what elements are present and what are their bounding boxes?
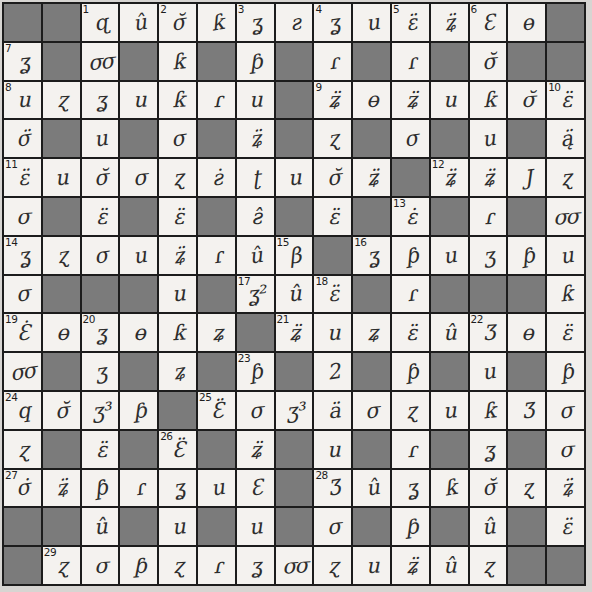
shorthand-glyph: ɀ xyxy=(56,90,66,111)
cell-r5c12[interactable]: ɾ xyxy=(470,198,507,235)
shorthand-glyph: ɛ̈ xyxy=(328,207,338,228)
cell-r11c12[interactable]: ʓ xyxy=(470,431,507,468)
shorthand-glyph: u xyxy=(481,128,496,151)
cell-r7c7[interactable]: û xyxy=(276,276,313,313)
cell-r4c1[interactable]: u xyxy=(43,159,80,196)
crossword-board: 1ɋû2σ̆ƙ3ʓƨ4ʓu5ɛ̈ʑ̈6Ɛɵ7ʓσσƙƥɾɾσ̆8uɀʓuƙɾu9… xyxy=(2,2,586,586)
cell-r14c4[interactable]: ɀ xyxy=(159,547,196,584)
block-r1c11 xyxy=(431,43,468,80)
cell-r8c14[interactable]: ɛ̈ xyxy=(547,314,584,351)
cell-r0c7[interactable]: ƨ xyxy=(276,4,313,41)
cell-r14c12[interactable]: ɀ xyxy=(470,547,507,584)
block-r7c5 xyxy=(198,276,235,313)
cell-r9c8[interactable]: 2 xyxy=(314,353,351,390)
cell-r5c4[interactable]: ɛ̈ xyxy=(159,198,196,235)
shorthand-glyph: u xyxy=(327,323,340,345)
shorthand-glyph: ɛ̈ xyxy=(405,323,415,344)
cell-r2c8[interactable]: 9ʑ̈ xyxy=(314,82,351,119)
block-r14c0 xyxy=(4,547,41,584)
block-r2c7 xyxy=(276,82,313,119)
cell-r6c11[interactable]: u xyxy=(431,237,468,274)
cell-r12c0[interactable]: 27σ̇ xyxy=(4,470,41,507)
shorthand-glyph: ʓ xyxy=(365,245,378,267)
shorthand-glyph: ƨ xyxy=(288,12,300,34)
block-r11c1 xyxy=(43,431,80,468)
shorthand-glyph: J xyxy=(523,168,532,190)
block-r3c7 xyxy=(276,120,313,157)
clue-number-22: 22 xyxy=(471,313,483,325)
cell-r12c2[interactable]: ƥ xyxy=(82,470,119,507)
cell-r0c4[interactable]: 2σ̆ xyxy=(159,4,196,41)
block-r9c7 xyxy=(276,353,313,390)
block-r13c5 xyxy=(198,508,235,545)
cell-r7c8[interactable]: 18ɛ̈ xyxy=(314,276,351,313)
cell-r4c8[interactable]: σ̆ xyxy=(314,159,351,196)
cell-r6c0[interactable]: 14ʓ xyxy=(4,237,41,274)
shorthand-glyph: σ xyxy=(92,245,107,268)
cell-r1c0[interactable]: 7ʓ xyxy=(4,43,41,80)
shorthand-glyph: ʑ̈ xyxy=(405,90,416,111)
clue-number-21: 21 xyxy=(277,313,289,325)
shorthand-glyph: ɛ̈ xyxy=(17,168,28,190)
shorthand-glyph: ʓ xyxy=(404,478,417,500)
shorthand-glyph: ƥ xyxy=(558,361,573,384)
cell-r8c10[interactable]: ɛ̈ xyxy=(392,314,429,351)
block-r3c5 xyxy=(198,120,235,157)
shorthand-glyph: ƥ xyxy=(249,51,263,73)
cell-r13c14[interactable]: ɛ̈ xyxy=(547,508,584,545)
cell-r2c9[interactable]: ɵ xyxy=(353,82,390,119)
cell-r4c3[interactable]: σ xyxy=(120,159,157,196)
shorthand-glyph: u xyxy=(133,90,146,112)
shorthand-glyph: ɀ xyxy=(560,168,571,190)
cell-r10c9[interactable]: σ xyxy=(353,392,390,429)
cell-r7c4[interactable]: u xyxy=(159,276,196,313)
shorthand-glyph: û xyxy=(364,478,379,501)
cell-r2c4[interactable]: ƙ xyxy=(159,82,196,119)
shorthand-glyph: σ xyxy=(558,400,572,422)
cell-r4c9[interactable]: ʑ̈ xyxy=(353,159,390,196)
cell-r11c8[interactable]: u xyxy=(314,431,351,468)
clue-number-4: 4 xyxy=(315,3,321,15)
clue-number-10: 10 xyxy=(548,81,560,93)
cell-r4c11[interactable]: 12ʑ̈ xyxy=(431,159,468,196)
cell-r4c2[interactable]: σ̆ xyxy=(82,159,119,196)
cell-r0c13[interactable]: ɵ xyxy=(508,4,545,41)
shorthand-glyph: ʑ xyxy=(171,361,184,383)
cell-r11c2[interactable]: ɛ̈ xyxy=(82,431,119,468)
shorthand-glyph: u xyxy=(481,361,496,384)
cell-r2c5[interactable]: ɾ xyxy=(198,82,235,119)
cell-r9c4[interactable]: ʑ xyxy=(159,353,196,390)
shorthand-glyph: σ̆ xyxy=(326,167,340,189)
cell-r0c6[interactable]: 3ʓ xyxy=(237,4,274,41)
cell-r2c2[interactable]: ʓ xyxy=(82,82,119,119)
cell-r3c8[interactable]: ɀ xyxy=(314,120,351,157)
cell-r2c14[interactable]: 10ɛ̈ xyxy=(547,82,584,119)
clue-number-24: 24 xyxy=(5,391,17,403)
shorthand-glyph: ʑ̈ xyxy=(250,439,261,460)
cell-r2c3[interactable]: u xyxy=(120,82,157,119)
cell-r10c6[interactable]: σ xyxy=(237,392,274,429)
shorthand-glyph: ʑ̈ xyxy=(443,12,456,34)
shorthand-glyph: ƙ xyxy=(482,400,495,422)
shorthand-glyph: ƥ xyxy=(520,245,535,268)
cell-r12c12[interactable]: σ̆ xyxy=(470,470,507,507)
cell-r10c3[interactable]: ƥ xyxy=(120,392,157,429)
cell-r14c8[interactable]: ɀ xyxy=(314,547,351,584)
shorthand-glyph: σ xyxy=(16,207,29,229)
shorthand-glyph: σσ xyxy=(87,50,114,73)
shorthand-glyph: û xyxy=(443,556,456,578)
shorthand-glyph: ɀ xyxy=(328,556,338,577)
block-r3c11 xyxy=(431,120,468,157)
shorthand-glyph: u xyxy=(442,400,456,422)
shorthand-glyph: ɀ xyxy=(56,556,66,577)
cell-r8c8[interactable]: u xyxy=(314,314,351,351)
cell-r6c5[interactable]: ɾ xyxy=(198,237,235,274)
cell-r5c14[interactable]: σσ xyxy=(547,198,584,235)
cell-r9c12[interactable]: u xyxy=(470,353,507,390)
cell-r6c12[interactable]: ʒ xyxy=(470,237,507,274)
cell-r3c4[interactable]: σ xyxy=(159,120,196,157)
shorthand-glyph: ɵ xyxy=(520,12,534,34)
cell-r9c10[interactable]: ƥ xyxy=(392,353,429,390)
cell-r2c13[interactable]: σ̆ xyxy=(508,82,545,119)
cell-r8c7[interactable]: 21ʑ̈ xyxy=(276,314,313,351)
shorthand-glyph: ƥ xyxy=(403,361,418,384)
cell-r14c10[interactable]: ʑ̈ xyxy=(392,547,429,584)
cell-r2c10[interactable]: ʑ̈ xyxy=(392,82,429,119)
clue-number-19: 19 xyxy=(5,313,17,325)
cell-r6c3[interactable]: u xyxy=(120,237,157,274)
cell-r6c1[interactable]: ɀ xyxy=(43,237,80,274)
shorthand-glyph: Ʒ xyxy=(326,478,339,500)
cell-r12c5[interactable]: u xyxy=(198,470,235,507)
cell-r6c2[interactable]: σ xyxy=(82,237,119,274)
cell-r12c9[interactable]: û xyxy=(353,470,390,507)
clue-number-6: 6 xyxy=(471,3,477,15)
cell-r5c10[interactable]: 13ɛ̇ xyxy=(392,198,429,235)
cell-r8c12[interactable]: 22Ʒ xyxy=(470,314,507,351)
block-r3c13 xyxy=(508,120,545,157)
shorthand-glyph: ƥ xyxy=(93,478,108,501)
shorthand-glyph: ɛ̈ xyxy=(95,439,105,460)
block-r9c13 xyxy=(508,353,545,390)
cell-r12c4[interactable]: ʓ xyxy=(159,470,196,507)
shorthand-glyph: ɀ xyxy=(172,168,183,190)
cell-r14c9[interactable]: u xyxy=(353,547,390,584)
shorthand-glyph: ƥ xyxy=(248,361,263,384)
shorthand-glyph: ʒ xyxy=(94,361,107,383)
cell-r10c8[interactable]: ä xyxy=(314,392,351,429)
clue-number-8: 8 xyxy=(5,81,11,93)
block-r10c4 xyxy=(159,392,196,429)
cell-r10c1[interactable]: σ̆ xyxy=(43,392,80,429)
cell-r10c12[interactable]: ƙ xyxy=(470,392,507,429)
cell-r9c0[interactable]: σσ xyxy=(4,353,41,390)
cell-r6c6[interactable]: û xyxy=(237,237,274,274)
cell-r8c11[interactable]: û xyxy=(431,314,468,351)
cell-r10c11[interactable]: u xyxy=(431,392,468,429)
shorthand-glyph: u xyxy=(287,168,301,190)
cell-r10c10[interactable]: ɀ xyxy=(392,392,429,429)
shorthand-glyph: u xyxy=(54,168,68,190)
cell-r10c13[interactable]: Ʒ xyxy=(508,392,545,429)
cell-r1c10[interactable]: ɾ xyxy=(392,43,429,80)
shorthand-glyph: ɾ xyxy=(484,207,493,228)
block-r4c10 xyxy=(392,159,429,196)
clue-number-15: 15 xyxy=(277,236,289,248)
cell-r0c8[interactable]: 4ʓ xyxy=(314,4,351,41)
shorthand-glyph: ʑ̈ xyxy=(405,556,416,577)
shorthand-glyph: ɛ̈ xyxy=(327,284,338,306)
shorthand-glyph: ɀ xyxy=(55,245,67,267)
cell-r12c8[interactable]: 28Ʒ xyxy=(314,470,351,507)
cell-r4c14[interactable]: ɀ xyxy=(547,159,584,196)
cell-r8c9[interactable]: ʑ xyxy=(353,314,390,351)
block-r13c3 xyxy=(120,508,157,545)
cell-r11c4[interactable]: 26Ɛ̈ xyxy=(159,431,196,468)
cell-r8c5[interactable]: ʑ xyxy=(198,314,235,351)
cell-r6c14[interactable]: u xyxy=(547,237,584,274)
shorthand-glyph: ʒ³ xyxy=(91,400,109,423)
clue-number-11: 11 xyxy=(5,158,17,170)
cell-r12c3[interactable]: ɾ xyxy=(120,470,157,507)
block-r11c13 xyxy=(508,431,545,468)
cell-r12c1[interactable]: ʑ̈ xyxy=(43,470,80,507)
cell-r13c12[interactable]: û xyxy=(470,508,507,545)
cell-r1c4[interactable]: ƙ xyxy=(159,43,196,80)
cell-r12c13[interactable]: ɀ xyxy=(508,470,545,507)
cell-r13c6[interactable]: u xyxy=(237,508,274,545)
block-r9c5 xyxy=(198,353,235,390)
cell-r0c10[interactable]: 5ɛ̈ xyxy=(392,4,429,41)
cell-r12c11[interactable]: ƙ xyxy=(431,470,468,507)
cell-r14c11[interactable]: û xyxy=(431,547,468,584)
cell-r4c7[interactable]: u xyxy=(276,159,313,196)
cell-r14c6[interactable]: ʓ xyxy=(237,547,274,584)
shorthand-glyph: ʓ xyxy=(326,12,339,34)
cell-r4c0[interactable]: 11ɛ̈ xyxy=(4,159,41,196)
shorthand-glyph: ʑ̈ xyxy=(443,168,455,190)
block-r11c5 xyxy=(198,431,235,468)
cell-r3c10[interactable]: σ xyxy=(392,120,429,157)
cell-r4c13[interactable]: J xyxy=(508,159,545,196)
shorthand-glyph: u xyxy=(442,245,457,268)
cell-r11c10[interactable]: ɾ xyxy=(392,431,429,468)
cell-r5c0[interactable]: σ xyxy=(4,198,41,235)
clue-number-25: 25 xyxy=(199,391,211,403)
cell-r2c0[interactable]: 8u xyxy=(4,82,41,119)
shorthand-glyph: ä xyxy=(327,400,340,422)
cell-r3c2[interactable]: u xyxy=(82,120,119,157)
block-r7c11 xyxy=(431,276,468,313)
cell-r3c14[interactable]: ą̈ xyxy=(547,120,584,157)
shorthand-glyph: ɀ xyxy=(521,478,533,500)
shorthand-glyph: ɛ̈ xyxy=(561,90,571,111)
cell-r8c4[interactable]: ƙ xyxy=(159,314,196,351)
cell-r10c2[interactable]: ʒ³ xyxy=(82,392,119,429)
cell-r10c0[interactable]: 24q xyxy=(4,392,41,429)
cell-r9c14[interactable]: ƥ xyxy=(547,353,584,390)
shorthand-glyph: σ̆ xyxy=(93,167,107,189)
cell-r6c7[interactable]: 15β xyxy=(276,237,313,274)
shorthand-glyph: u xyxy=(171,517,185,539)
cell-r2c12[interactable]: ƙ xyxy=(470,82,507,119)
cell-r2c6[interactable]: u xyxy=(237,82,274,119)
shorthand-glyph: σσ xyxy=(9,360,37,385)
shorthand-glyph: σ̆ xyxy=(170,12,185,35)
shorthand-glyph: ɀ xyxy=(327,129,339,151)
cell-r6c4[interactable]: ʑ̈ xyxy=(159,237,196,274)
cell-r11c6[interactable]: ʑ̈ xyxy=(237,431,274,468)
block-r5c3 xyxy=(120,198,157,235)
cell-r12c6[interactable]: Ɛ xyxy=(237,470,274,507)
cell-r1c2[interactable]: σσ xyxy=(82,43,119,80)
block-r3c3 xyxy=(120,120,157,157)
cell-r0c3[interactable]: û xyxy=(120,4,157,41)
shorthand-glyph: ƙ xyxy=(559,284,572,306)
shorthand-glyph: ą̈ xyxy=(559,129,573,151)
cell-r7c14[interactable]: ƙ xyxy=(547,276,584,313)
cell-r13c10[interactable]: ƥ xyxy=(392,508,429,545)
cell-r1c6[interactable]: ƥ xyxy=(237,43,274,80)
cell-r8c1[interactable]: ɵ xyxy=(43,314,80,351)
block-r7c9 xyxy=(353,276,390,313)
cell-r4c12[interactable]: ʑ̈ xyxy=(470,159,507,196)
cell-r7c0[interactable]: σ xyxy=(4,276,41,313)
clue-number-14: 14 xyxy=(5,236,17,248)
shorthand-glyph: ʓ² xyxy=(246,284,264,307)
shorthand-glyph: u xyxy=(364,12,379,35)
cell-r11c14[interactable]: σ xyxy=(547,431,584,468)
block-r1c7 xyxy=(276,43,313,80)
shorthand-glyph: û xyxy=(287,284,301,306)
block-r13c9 xyxy=(353,508,390,545)
shorthand-glyph: ʓ xyxy=(250,556,261,577)
cell-r7c10[interactable]: ɾ xyxy=(392,276,429,313)
block-r0c14 xyxy=(547,4,584,41)
shorthand-glyph: ƨ̂ xyxy=(250,207,260,228)
cell-r1c8[interactable]: ɾ xyxy=(314,43,351,80)
shorthand-glyph: ƙ xyxy=(482,90,494,112)
cell-r12c10[interactable]: ʓ xyxy=(392,470,429,507)
shorthand-glyph: Ʒ xyxy=(521,400,533,422)
shorthand-glyph: ʒ xyxy=(482,245,495,267)
block-r14c13 xyxy=(508,547,545,584)
block-r5c9 xyxy=(353,198,390,235)
shorthand-glyph: ɵ xyxy=(133,323,145,345)
cell-r0c11[interactable]: ʑ̈ xyxy=(431,4,468,41)
shorthand-glyph: ɾ xyxy=(212,556,221,577)
cell-r5c8[interactable]: ɛ̈ xyxy=(314,198,351,235)
shorthand-glyph: σσ xyxy=(281,555,307,577)
cell-r1c12[interactable]: σ̆ xyxy=(470,43,507,80)
cell-r10c7[interactable]: ʒ³ xyxy=(276,392,313,429)
cell-r4c6[interactable]: ʈ xyxy=(237,159,274,196)
block-r11c11 xyxy=(431,431,468,468)
cell-r7c6[interactable]: 17ʓ² xyxy=(237,276,274,313)
cell-r13c4[interactable]: u xyxy=(159,508,196,545)
block-r5c11 xyxy=(431,198,468,235)
shorthand-glyph: ɾ xyxy=(211,245,222,267)
cell-r8c0[interactable]: 19Ɛ̇ xyxy=(4,314,41,351)
shorthand-glyph: σ xyxy=(559,439,572,461)
cell-r4c5[interactable]: ƨ̇ xyxy=(198,159,235,196)
cell-r9c6[interactable]: 23ƥ xyxy=(237,353,274,390)
cell-r14c7[interactable]: σσ xyxy=(276,547,313,584)
block-r9c11 xyxy=(431,353,468,390)
block-r1c14 xyxy=(547,43,584,80)
block-r7c13 xyxy=(508,276,545,313)
clue-number-18: 18 xyxy=(315,275,327,287)
clue-number-17: 17 xyxy=(238,275,250,287)
shorthand-glyph: σ xyxy=(364,400,378,422)
cell-r3c0[interactable]: σ̈ xyxy=(4,120,41,157)
cell-r0c12[interactable]: 6Ɛ xyxy=(470,4,507,41)
shorthand-glyph: ƥ xyxy=(404,517,418,539)
cell-r3c6[interactable]: ʑ̈ xyxy=(237,120,274,157)
shorthand-glyph: ʓ xyxy=(249,12,262,34)
cell-r10c14[interactable]: σ xyxy=(547,392,584,429)
block-r1c1 xyxy=(43,43,80,80)
shorthand-glyph: σ̆ xyxy=(520,90,533,112)
cell-r8c3[interactable]: ɵ xyxy=(120,314,157,351)
cell-r0c9[interactable]: u xyxy=(353,4,390,41)
cell-r13c2[interactable]: û xyxy=(82,508,119,545)
cell-r11c0[interactable]: ɀ xyxy=(4,431,41,468)
cell-r14c5[interactable]: ɾ xyxy=(198,547,235,584)
shorthand-glyph: Ɛ̈ xyxy=(210,400,223,422)
shorthand-glyph: ƙ xyxy=(171,51,184,73)
block-r1c5 xyxy=(198,43,235,80)
cell-r2c11[interactable]: u xyxy=(431,82,468,119)
clue-number-2: 2 xyxy=(160,3,166,15)
shorthand-glyph: ƥ xyxy=(403,245,418,268)
cell-r14c2[interactable]: σ xyxy=(82,547,119,584)
block-r13c11 xyxy=(431,508,468,545)
cell-r9c2[interactable]: ʒ xyxy=(82,353,119,390)
shorthand-glyph: u xyxy=(209,478,224,501)
cell-r2c1[interactable]: ɀ xyxy=(43,82,80,119)
cell-r10c5[interactable]: 25Ɛ̈ xyxy=(198,392,235,429)
shorthand-glyph: β xyxy=(287,245,300,267)
cell-r6c9[interactable]: 16ʓ xyxy=(353,237,390,274)
cell-r5c6[interactable]: ƨ̂ xyxy=(237,198,274,235)
cell-r8c2[interactable]: 20ʓ xyxy=(82,314,119,351)
cell-r14c3[interactable]: ƥ xyxy=(120,547,157,584)
shorthand-glyph: ʑ xyxy=(211,323,222,344)
cell-r13c8[interactable]: σ xyxy=(314,508,351,545)
shorthand-glyph: ƙ xyxy=(210,12,224,34)
cell-r6c13[interactable]: ƥ xyxy=(508,237,545,274)
cell-r5c2[interactable]: ɛ̈ xyxy=(82,198,119,235)
shorthand-glyph: ʑ̈ xyxy=(327,90,338,111)
cell-r0c2[interactable]: 1ɋ xyxy=(82,4,119,41)
cell-r12c14[interactable]: ʑ̈ xyxy=(547,470,584,507)
cell-r4c4[interactable]: ɀ xyxy=(159,159,196,196)
cell-r14c1[interactable]: 29ɀ xyxy=(43,547,80,584)
cell-r3c12[interactable]: u xyxy=(470,120,507,157)
shorthand-glyph: ɾ xyxy=(406,284,416,306)
shorthand-glyph: u xyxy=(443,90,456,112)
cell-r8c13[interactable]: ɵ xyxy=(508,314,545,351)
shorthand-glyph: u xyxy=(327,439,340,461)
cell-r6c10[interactable]: ƥ xyxy=(392,237,429,274)
block-r11c7 xyxy=(276,431,313,468)
cell-r0c5[interactable]: ƙ xyxy=(198,4,235,41)
